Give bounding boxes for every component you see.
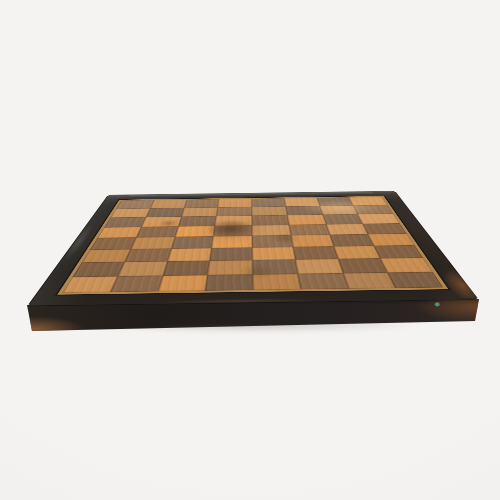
square-a1[interactable] bbox=[62, 276, 117, 293]
chess-board bbox=[62, 197, 443, 293]
square-a5[interactable] bbox=[97, 227, 141, 238]
square-g3[interactable] bbox=[333, 246, 380, 259]
board-frame bbox=[27, 191, 479, 306]
square-e4[interactable] bbox=[252, 235, 293, 247]
square-f6[interactable] bbox=[287, 215, 326, 225]
square-f1[interactable] bbox=[298, 273, 348, 289]
square-d2[interactable] bbox=[208, 260, 253, 275]
square-g2[interactable] bbox=[338, 258, 388, 273]
photo-stage bbox=[0, 0, 500, 500]
square-a6[interactable] bbox=[104, 217, 146, 227]
square-c5[interactable] bbox=[175, 226, 215, 237]
frame-back-highlight bbox=[129, 192, 373, 197]
square-d3[interactable] bbox=[210, 247, 253, 260]
square-e3[interactable] bbox=[252, 247, 295, 260]
square-c2[interactable] bbox=[163, 261, 210, 276]
square-b4[interactable] bbox=[131, 237, 175, 249]
square-f3[interactable] bbox=[293, 246, 338, 259]
square-c4[interactable] bbox=[171, 236, 213, 248]
square-h6[interactable] bbox=[358, 214, 400, 224]
square-f2[interactable] bbox=[295, 259, 343, 274]
square-b5[interactable] bbox=[136, 226, 178, 237]
square-b6[interactable] bbox=[141, 217, 181, 227]
square-d5[interactable] bbox=[213, 225, 252, 236]
square-h3[interactable] bbox=[374, 245, 423, 258]
square-h1[interactable] bbox=[388, 272, 444, 288]
square-e2[interactable] bbox=[252, 260, 297, 275]
square-g4[interactable] bbox=[329, 234, 374, 246]
square-f5[interactable] bbox=[289, 224, 330, 235]
square-d6[interactable] bbox=[215, 216, 252, 226]
square-c1[interactable] bbox=[158, 275, 208, 292]
square-a3[interactable] bbox=[82, 249, 131, 262]
square-h5[interactable] bbox=[363, 223, 407, 234]
square-e1[interactable] bbox=[253, 274, 301, 290]
square-g5[interactable] bbox=[326, 224, 368, 235]
square-g6[interactable] bbox=[322, 214, 362, 224]
square-a4[interactable] bbox=[90, 237, 136, 249]
board-surface bbox=[62, 197, 443, 293]
square-h4[interactable] bbox=[368, 234, 414, 246]
square-h2[interactable] bbox=[380, 258, 432, 273]
square-e6[interactable] bbox=[252, 215, 289, 225]
square-b2[interactable] bbox=[118, 261, 167, 276]
square-c3[interactable] bbox=[167, 248, 212, 261]
square-d4[interactable] bbox=[212, 236, 253, 248]
square-g1[interactable] bbox=[343, 272, 396, 288]
square-a2[interactable] bbox=[73, 262, 125, 277]
square-c6[interactable] bbox=[178, 216, 216, 226]
square-b1[interactable] bbox=[110, 276, 163, 293]
square-e5[interactable] bbox=[252, 225, 291, 236]
square-d1[interactable] bbox=[205, 274, 253, 290]
square-b3[interactable] bbox=[124, 248, 171, 261]
square-f4[interactable] bbox=[291, 235, 334, 247]
